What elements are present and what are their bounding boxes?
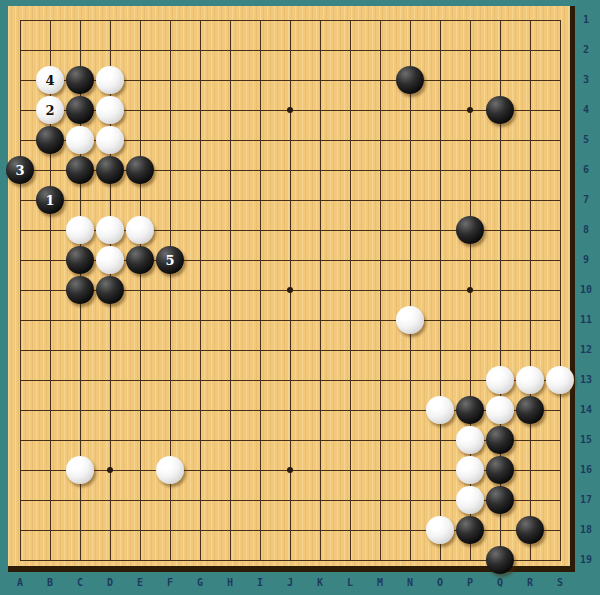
point-B1[interactable] (35, 5, 65, 35)
point-L18[interactable] (335, 515, 365, 545)
point-K15[interactable] (305, 425, 335, 455)
point-H4[interactable] (215, 95, 245, 125)
point-O19[interactable] (425, 545, 455, 575)
point-H9[interactable] (215, 245, 245, 275)
point-C13[interactable] (65, 365, 95, 395)
point-G16[interactable] (185, 455, 215, 485)
point-H10[interactable] (215, 275, 245, 305)
point-D16[interactable] (95, 455, 125, 485)
point-J18[interactable] (275, 515, 305, 545)
black-stone[interactable] (456, 396, 484, 424)
point-H19[interactable] (215, 545, 245, 575)
point-O18[interactable] (425, 515, 455, 545)
point-D10[interactable] (95, 275, 125, 305)
point-F9[interactable]: 5 (155, 245, 185, 275)
point-C7[interactable] (65, 185, 95, 215)
black-stone[interactable] (486, 426, 514, 454)
point-O4[interactable] (425, 95, 455, 125)
point-A19[interactable] (5, 545, 35, 575)
point-K11[interactable] (305, 305, 335, 335)
black-stone[interactable] (486, 486, 514, 514)
point-R15[interactable] (515, 425, 545, 455)
point-M4[interactable] (365, 95, 395, 125)
point-K17[interactable] (305, 485, 335, 515)
point-S17[interactable] (545, 485, 575, 515)
white-stone[interactable] (96, 66, 124, 94)
point-D3[interactable] (95, 65, 125, 95)
white-stone[interactable] (66, 126, 94, 154)
point-E17[interactable] (125, 485, 155, 515)
point-F16[interactable] (155, 455, 185, 485)
point-O12[interactable] (425, 335, 455, 365)
point-P2[interactable] (455, 35, 485, 65)
point-M9[interactable] (365, 245, 395, 275)
white-stone[interactable] (546, 366, 574, 394)
point-C3[interactable] (65, 65, 95, 95)
point-Q17[interactable] (485, 485, 515, 515)
point-C2[interactable] (65, 35, 95, 65)
point-M13[interactable] (365, 365, 395, 395)
point-C8[interactable] (65, 215, 95, 245)
point-K14[interactable] (305, 395, 335, 425)
point-N4[interactable] (395, 95, 425, 125)
point-I18[interactable] (245, 515, 275, 545)
point-K19[interactable] (305, 545, 335, 575)
point-J3[interactable] (275, 65, 305, 95)
point-L8[interactable] (335, 215, 365, 245)
point-I16[interactable] (245, 455, 275, 485)
white-stone[interactable] (96, 216, 124, 244)
point-B4[interactable]: 2 (35, 95, 65, 125)
point-G18[interactable] (185, 515, 215, 545)
point-F15[interactable] (155, 425, 185, 455)
point-L14[interactable] (335, 395, 365, 425)
point-P4[interactable] (455, 95, 485, 125)
point-G5[interactable] (185, 125, 215, 155)
point-O14[interactable] (425, 395, 455, 425)
point-P19[interactable] (455, 545, 485, 575)
point-F7[interactable] (155, 185, 185, 215)
point-C15[interactable] (65, 425, 95, 455)
point-F1[interactable] (155, 5, 185, 35)
point-P16[interactable] (455, 455, 485, 485)
point-K9[interactable] (305, 245, 335, 275)
point-B16[interactable] (35, 455, 65, 485)
point-B15[interactable] (35, 425, 65, 455)
point-M10[interactable] (365, 275, 395, 305)
point-J13[interactable] (275, 365, 305, 395)
point-L6[interactable] (335, 155, 365, 185)
point-I7[interactable] (245, 185, 275, 215)
point-S13[interactable] (545, 365, 575, 395)
point-Q18[interactable] (485, 515, 515, 545)
white-stone[interactable] (486, 366, 514, 394)
point-C11[interactable] (65, 305, 95, 335)
point-R17[interactable] (515, 485, 545, 515)
point-J11[interactable] (275, 305, 305, 335)
point-F5[interactable] (155, 125, 185, 155)
point-D6[interactable] (95, 155, 125, 185)
point-C4[interactable] (65, 95, 95, 125)
point-R19[interactable] (515, 545, 545, 575)
point-D17[interactable] (95, 485, 125, 515)
point-Q15[interactable] (485, 425, 515, 455)
point-A5[interactable] (5, 125, 35, 155)
point-J4[interactable] (275, 95, 305, 125)
point-O8[interactable] (425, 215, 455, 245)
point-M7[interactable] (365, 185, 395, 215)
point-K10[interactable] (305, 275, 335, 305)
point-R16[interactable] (515, 455, 545, 485)
point-F17[interactable] (155, 485, 185, 515)
point-L13[interactable] (335, 365, 365, 395)
point-G9[interactable] (185, 245, 215, 275)
point-S11[interactable] (545, 305, 575, 335)
point-L16[interactable] (335, 455, 365, 485)
white-stone[interactable] (126, 216, 154, 244)
point-M19[interactable] (365, 545, 395, 575)
point-M16[interactable] (365, 455, 395, 485)
point-N18[interactable] (395, 515, 425, 545)
point-L2[interactable] (335, 35, 365, 65)
point-I17[interactable] (245, 485, 275, 515)
black-stone[interactable] (96, 156, 124, 184)
point-I15[interactable] (245, 425, 275, 455)
point-C5[interactable] (65, 125, 95, 155)
point-P17[interactable] (455, 485, 485, 515)
point-F3[interactable] (155, 65, 185, 95)
point-J7[interactable] (275, 185, 305, 215)
point-S3[interactable] (545, 65, 575, 95)
point-H11[interactable] (215, 305, 245, 335)
point-N6[interactable] (395, 155, 425, 185)
point-N8[interactable] (395, 215, 425, 245)
black-stone[interactable] (66, 156, 94, 184)
point-E2[interactable] (125, 35, 155, 65)
point-B14[interactable] (35, 395, 65, 425)
point-B8[interactable] (35, 215, 65, 245)
point-J17[interactable] (275, 485, 305, 515)
point-F10[interactable] (155, 275, 185, 305)
point-K4[interactable] (305, 95, 335, 125)
point-B17[interactable] (35, 485, 65, 515)
point-P1[interactable] (455, 5, 485, 35)
point-J2[interactable] (275, 35, 305, 65)
point-H3[interactable] (215, 65, 245, 95)
point-B19[interactable] (35, 545, 65, 575)
black-stone[interactable] (66, 96, 94, 124)
point-B10[interactable] (35, 275, 65, 305)
point-S18[interactable] (545, 515, 575, 545)
point-R12[interactable] (515, 335, 545, 365)
point-M17[interactable] (365, 485, 395, 515)
point-S8[interactable] (545, 215, 575, 245)
point-I9[interactable] (245, 245, 275, 275)
point-N7[interactable] (395, 185, 425, 215)
point-B18[interactable] (35, 515, 65, 545)
point-G12[interactable] (185, 335, 215, 365)
point-K3[interactable] (305, 65, 335, 95)
point-P7[interactable] (455, 185, 485, 215)
point-E14[interactable] (125, 395, 155, 425)
point-D14[interactable] (95, 395, 125, 425)
point-O3[interactable] (425, 65, 455, 95)
point-S14[interactable] (545, 395, 575, 425)
point-R10[interactable] (515, 275, 545, 305)
point-L9[interactable] (335, 245, 365, 275)
point-R1[interactable] (515, 5, 545, 35)
point-S7[interactable] (545, 185, 575, 215)
black-stone[interactable] (456, 516, 484, 544)
point-N11[interactable] (395, 305, 425, 335)
point-M12[interactable] (365, 335, 395, 365)
point-G10[interactable] (185, 275, 215, 305)
point-R14[interactable] (515, 395, 545, 425)
point-S5[interactable] (545, 125, 575, 155)
point-R4[interactable] (515, 95, 545, 125)
white-stone[interactable] (456, 486, 484, 514)
point-B5[interactable] (35, 125, 65, 155)
point-A11[interactable] (5, 305, 35, 335)
point-J16[interactable] (275, 455, 305, 485)
point-N16[interactable] (395, 455, 425, 485)
point-R6[interactable] (515, 155, 545, 185)
point-Q5[interactable] (485, 125, 515, 155)
point-G6[interactable] (185, 155, 215, 185)
point-E12[interactable] (125, 335, 155, 365)
point-J9[interactable] (275, 245, 305, 275)
white-stone[interactable]: 2 (36, 96, 64, 124)
point-L4[interactable] (335, 95, 365, 125)
point-E5[interactable] (125, 125, 155, 155)
point-S4[interactable] (545, 95, 575, 125)
point-O7[interactable] (425, 185, 455, 215)
point-K18[interactable] (305, 515, 335, 545)
point-I5[interactable] (245, 125, 275, 155)
point-C6[interactable] (65, 155, 95, 185)
white-stone[interactable] (456, 456, 484, 484)
point-E4[interactable] (125, 95, 155, 125)
point-G1[interactable] (185, 5, 215, 35)
point-G11[interactable] (185, 305, 215, 335)
point-R3[interactable] (515, 65, 545, 95)
point-H15[interactable] (215, 425, 245, 455)
black-stone[interactable] (486, 546, 514, 574)
point-K16[interactable] (305, 455, 335, 485)
point-G14[interactable] (185, 395, 215, 425)
point-H7[interactable] (215, 185, 245, 215)
point-N14[interactable] (395, 395, 425, 425)
point-S16[interactable] (545, 455, 575, 485)
point-N2[interactable] (395, 35, 425, 65)
point-M14[interactable] (365, 395, 395, 425)
point-P10[interactable] (455, 275, 485, 305)
point-I12[interactable] (245, 335, 275, 365)
point-C12[interactable] (65, 335, 95, 365)
point-D18[interactable] (95, 515, 125, 545)
point-E6[interactable] (125, 155, 155, 185)
point-P5[interactable] (455, 125, 485, 155)
point-N15[interactable] (395, 425, 425, 455)
point-O16[interactable] (425, 455, 455, 485)
point-G3[interactable] (185, 65, 215, 95)
point-A7[interactable] (5, 185, 35, 215)
point-N3[interactable] (395, 65, 425, 95)
point-A15[interactable] (5, 425, 35, 455)
point-C14[interactable] (65, 395, 95, 425)
point-M8[interactable] (365, 215, 395, 245)
point-D15[interactable] (95, 425, 125, 455)
point-D9[interactable] (95, 245, 125, 275)
point-Q8[interactable] (485, 215, 515, 245)
point-M3[interactable] (365, 65, 395, 95)
point-L3[interactable] (335, 65, 365, 95)
point-O15[interactable] (425, 425, 455, 455)
point-K13[interactable] (305, 365, 335, 395)
point-H18[interactable] (215, 515, 245, 545)
point-L12[interactable] (335, 335, 365, 365)
point-K1[interactable] (305, 5, 335, 35)
point-I8[interactable] (245, 215, 275, 245)
point-C1[interactable] (65, 5, 95, 35)
black-stone[interactable] (486, 456, 514, 484)
point-B2[interactable] (35, 35, 65, 65)
white-stone[interactable] (426, 396, 454, 424)
point-I3[interactable] (245, 65, 275, 95)
point-J10[interactable] (275, 275, 305, 305)
point-B9[interactable] (35, 245, 65, 275)
point-L5[interactable] (335, 125, 365, 155)
point-Q7[interactable] (485, 185, 515, 215)
point-M15[interactable] (365, 425, 395, 455)
point-S2[interactable] (545, 35, 575, 65)
point-J5[interactable] (275, 125, 305, 155)
black-stone[interactable] (36, 126, 64, 154)
point-M5[interactable] (365, 125, 395, 155)
point-S10[interactable] (545, 275, 575, 305)
point-C19[interactable] (65, 545, 95, 575)
point-I13[interactable] (245, 365, 275, 395)
black-stone[interactable]: 1 (36, 186, 64, 214)
point-Q6[interactable] (485, 155, 515, 185)
point-F18[interactable] (155, 515, 185, 545)
point-J1[interactable] (275, 5, 305, 35)
point-N5[interactable] (395, 125, 425, 155)
point-L1[interactable] (335, 5, 365, 35)
point-R7[interactable] (515, 185, 545, 215)
black-stone[interactable] (66, 276, 94, 304)
point-Q1[interactable] (485, 5, 515, 35)
point-E16[interactable] (125, 455, 155, 485)
point-O6[interactable] (425, 155, 455, 185)
point-D2[interactable] (95, 35, 125, 65)
point-K8[interactable] (305, 215, 335, 245)
point-F13[interactable] (155, 365, 185, 395)
point-B13[interactable] (35, 365, 65, 395)
white-stone[interactable]: 4 (36, 66, 64, 94)
point-B6[interactable] (35, 155, 65, 185)
point-A9[interactable] (5, 245, 35, 275)
point-D11[interactable] (95, 305, 125, 335)
point-P6[interactable] (455, 155, 485, 185)
point-H8[interactable] (215, 215, 245, 245)
point-S12[interactable] (545, 335, 575, 365)
point-G15[interactable] (185, 425, 215, 455)
point-E9[interactable] (125, 245, 155, 275)
point-F11[interactable] (155, 305, 185, 335)
point-H5[interactable] (215, 125, 245, 155)
point-D7[interactable] (95, 185, 125, 215)
point-J15[interactable] (275, 425, 305, 455)
white-stone[interactable] (96, 246, 124, 274)
point-O10[interactable] (425, 275, 455, 305)
point-P18[interactable] (455, 515, 485, 545)
point-H2[interactable] (215, 35, 245, 65)
point-N12[interactable] (395, 335, 425, 365)
point-D8[interactable] (95, 215, 125, 245)
point-H12[interactable] (215, 335, 245, 365)
point-A8[interactable] (5, 215, 35, 245)
point-E19[interactable] (125, 545, 155, 575)
black-stone[interactable] (396, 66, 424, 94)
point-I1[interactable] (245, 5, 275, 35)
point-D4[interactable] (95, 95, 125, 125)
point-B3[interactable]: 4 (35, 65, 65, 95)
point-N19[interactable] (395, 545, 425, 575)
white-stone[interactable] (156, 456, 184, 484)
point-D5[interactable] (95, 125, 125, 155)
point-F8[interactable] (155, 215, 185, 245)
point-K2[interactable] (305, 35, 335, 65)
point-O2[interactable] (425, 35, 455, 65)
point-G7[interactable] (185, 185, 215, 215)
white-stone[interactable] (486, 396, 514, 424)
point-A13[interactable] (5, 365, 35, 395)
point-J8[interactable] (275, 215, 305, 245)
point-E15[interactable] (125, 425, 155, 455)
black-stone[interactable] (516, 516, 544, 544)
point-A4[interactable] (5, 95, 35, 125)
point-M18[interactable] (365, 515, 395, 545)
point-D12[interactable] (95, 335, 125, 365)
point-P14[interactable] (455, 395, 485, 425)
point-H1[interactable] (215, 5, 245, 35)
point-P8[interactable] (455, 215, 485, 245)
point-A12[interactable] (5, 335, 35, 365)
point-L10[interactable] (335, 275, 365, 305)
black-stone[interactable] (516, 396, 544, 424)
point-N10[interactable] (395, 275, 425, 305)
point-Q9[interactable] (485, 245, 515, 275)
point-C18[interactable] (65, 515, 95, 545)
white-stone[interactable] (66, 216, 94, 244)
point-H6[interactable] (215, 155, 245, 185)
point-N13[interactable] (395, 365, 425, 395)
point-K6[interactable] (305, 155, 335, 185)
point-B7[interactable]: 1 (35, 185, 65, 215)
point-A18[interactable] (5, 515, 35, 545)
point-A14[interactable] (5, 395, 35, 425)
black-stone[interactable] (66, 246, 94, 274)
point-R5[interactable] (515, 125, 545, 155)
point-Q19[interactable] (485, 545, 515, 575)
point-M1[interactable] (365, 5, 395, 35)
black-stone[interactable] (456, 216, 484, 244)
point-I19[interactable] (245, 545, 275, 575)
point-I10[interactable] (245, 275, 275, 305)
point-D19[interactable] (95, 545, 125, 575)
point-S1[interactable] (545, 5, 575, 35)
